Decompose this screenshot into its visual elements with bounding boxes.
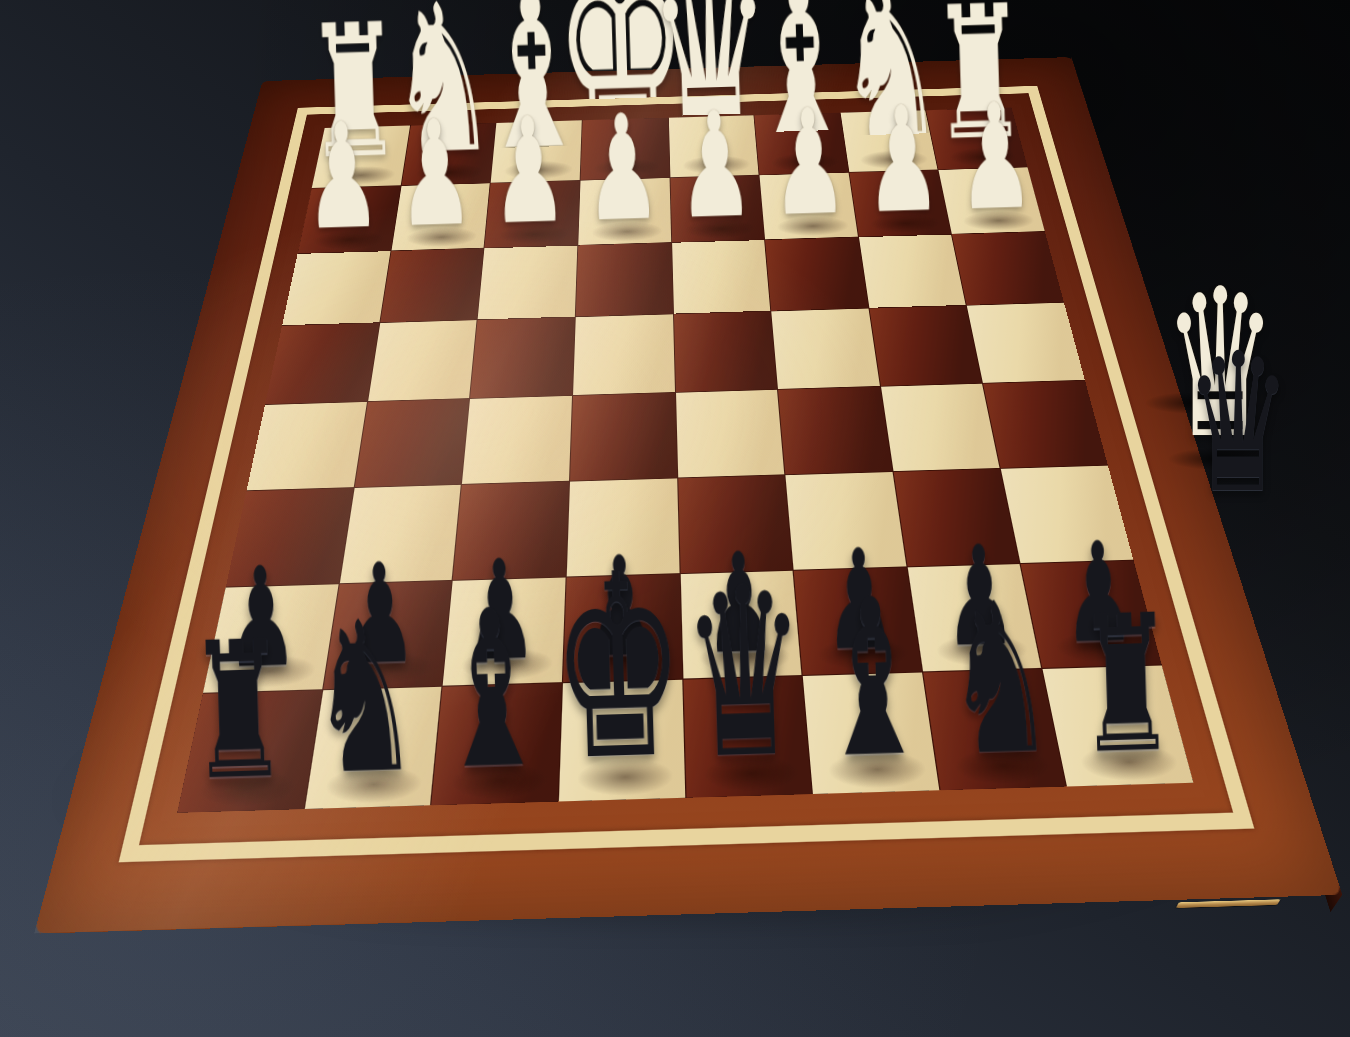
square-b2[interactable]: ♟ <box>849 170 951 237</box>
white-pawn-b2[interactable]: ♟ <box>862 86 942 234</box>
board-front-edge <box>34 895 1342 954</box>
white-pawn-c2[interactable]: ♟ <box>769 89 849 237</box>
black-bishop-f8[interactable]: ♝ <box>432 580 551 800</box>
black-queen-d8[interactable]: ♛ <box>681 554 810 793</box>
square-f4[interactable] <box>470 317 574 398</box>
black-rook-a8[interactable]: ♜ <box>1075 590 1178 781</box>
square-e2[interactable]: ♟ <box>578 178 671 245</box>
square-b8[interactable]: ♞ <box>923 669 1066 790</box>
square-b4[interactable] <box>869 306 982 386</box>
square-g3[interactable] <box>380 249 484 323</box>
black-knight-g8[interactable]: ♞ <box>308 593 422 804</box>
black-king-e8[interactable]: ♚ <box>548 539 687 796</box>
square-c8[interactable]: ♝ <box>803 673 939 794</box>
square-h3[interactable] <box>282 251 390 325</box>
square-c2[interactable]: ♟ <box>760 172 858 239</box>
square-d8[interactable]: ♛ <box>683 676 812 797</box>
chessboard: ♜♞♝♚♛♝♞♜♟♟♟♟♟♟♟♟♟♟♟♟♟♟♟♟♜♞♝♚♛♝♞♜ <box>34 57 1342 934</box>
square-g5[interactable] <box>354 399 469 488</box>
square-h4[interactable] <box>265 323 379 404</box>
square-f5[interactable] <box>462 395 572 484</box>
square-g8[interactable]: ♞ <box>304 687 441 809</box>
square-f8[interactable]: ♝ <box>432 684 562 806</box>
square-a2[interactable]: ♟ <box>939 167 1045 234</box>
black-bishop-c8[interactable]: ♝ <box>813 569 932 789</box>
white-pawn-e2[interactable]: ♟ <box>582 94 662 242</box>
square-d2[interactable]: ♟ <box>670 175 764 242</box>
square-e4[interactable] <box>573 314 675 394</box>
square-c4[interactable] <box>771 308 879 388</box>
board-frame: ♜♞♝♚♛♝♞♜♟♟♟♟♟♟♟♟♟♟♟♟♟♟♟♟♜♞♝♚♛♝♞♜ <box>34 57 1342 934</box>
square-e5[interactable] <box>570 392 677 480</box>
square-a8[interactable]: ♜ <box>1043 666 1193 787</box>
white-pawn-g2[interactable]: ♟ <box>396 100 476 248</box>
square-h8[interactable]: ♜ <box>177 691 321 813</box>
square-g4[interactable] <box>368 320 477 401</box>
black-knight-b8[interactable]: ♞ <box>942 574 1056 785</box>
square-f2[interactable]: ♟ <box>485 180 580 247</box>
square-d3[interactable] <box>672 240 771 313</box>
black-rook-h8[interactable]: ♜ <box>187 617 290 808</box>
white-pawn-a2[interactable]: ♟ <box>956 83 1036 231</box>
square-h2[interactable]: ♟ <box>298 186 401 254</box>
square-e8[interactable]: ♚ <box>559 680 685 801</box>
brass-hinge <box>1176 899 1281 908</box>
square-d4[interactable] <box>674 311 778 391</box>
square-g2[interactable]: ♟ <box>391 183 490 251</box>
square-a4[interactable] <box>967 303 1085 383</box>
white-pawn-d2[interactable]: ♟ <box>676 92 756 240</box>
white-pawn-h2[interactable]: ♟ <box>302 103 382 251</box>
white-pawn-f2[interactable]: ♟ <box>489 97 569 245</box>
table-surface: ♜♞♝♚♛♝♞♜♟♟♟♟♟♟♟♟♟♟♟♟♟♟♟♟♜♞♝♚♛♝♞♜ <box>0 0 1350 1037</box>
